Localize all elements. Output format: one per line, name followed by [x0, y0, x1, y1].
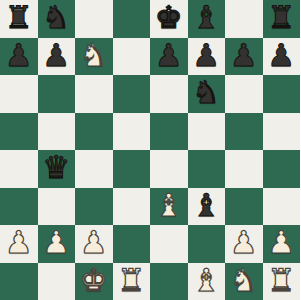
- square-g7[interactable]: ♟: [225, 38, 263, 76]
- square-b4[interactable]: ♛: [38, 150, 76, 188]
- piece-black-pawn: ♟: [267, 37, 295, 75]
- square-b1[interactable]: [38, 263, 76, 300]
- square-a1[interactable]: [0, 263, 38, 300]
- piece-black-bishop: ♝: [192, 187, 220, 225]
- square-e7[interactable]: ♟: [150, 38, 188, 76]
- piece-black-knight: ♞: [192, 74, 220, 112]
- square-f7[interactable]: ♟: [188, 38, 226, 76]
- piece-white-bishop: ♝: [192, 262, 220, 300]
- square-g8[interactable]: [225, 0, 263, 38]
- square-h5[interactable]: [263, 113, 301, 151]
- piece-black-pawn: ♟: [5, 37, 33, 75]
- piece-black-pawn: ♟: [155, 37, 183, 75]
- square-a7[interactable]: ♟: [0, 38, 38, 76]
- square-h4[interactable]: [263, 150, 301, 188]
- piece-black-bishop: ♝: [192, 0, 220, 37]
- square-a5[interactable]: [0, 113, 38, 151]
- piece-black-king: ♚: [155, 0, 183, 37]
- square-d4[interactable]: [113, 150, 151, 188]
- piece-black-knight: ♞: [42, 0, 70, 37]
- square-h7[interactable]: ♟: [263, 38, 301, 76]
- square-c5[interactable]: [75, 113, 113, 151]
- piece-white-pawn: ♟: [230, 224, 258, 262]
- square-f3[interactable]: ♝: [188, 188, 226, 226]
- square-e8[interactable]: ♚: [150, 0, 188, 38]
- square-b8[interactable]: ♞: [38, 0, 76, 38]
- square-d8[interactable]: [113, 0, 151, 38]
- square-d2[interactable]: [113, 225, 151, 263]
- square-e3[interactable]: ♝: [150, 188, 188, 226]
- square-g5[interactable]: [225, 113, 263, 151]
- square-d5[interactable]: [113, 113, 151, 151]
- piece-black-queen: ♛: [42, 149, 70, 187]
- square-g3[interactable]: [225, 188, 263, 226]
- square-e1[interactable]: [150, 263, 188, 300]
- square-f6[interactable]: ♞: [188, 75, 226, 113]
- square-b6[interactable]: [38, 75, 76, 113]
- piece-black-pawn: ♟: [42, 37, 70, 75]
- square-c6[interactable]: [75, 75, 113, 113]
- square-c3[interactable]: [75, 188, 113, 226]
- square-d6[interactable]: [113, 75, 151, 113]
- piece-black-rook: ♜: [5, 0, 33, 37]
- square-c7[interactable]: ♞: [75, 38, 113, 76]
- square-e2[interactable]: [150, 225, 188, 263]
- square-d3[interactable]: [113, 188, 151, 226]
- square-a4[interactable]: [0, 150, 38, 188]
- piece-white-pawn: ♟: [80, 224, 108, 262]
- piece-white-bishop: ♝: [155, 187, 183, 225]
- square-d7[interactable]: [113, 38, 151, 76]
- square-a2[interactable]: ♟: [0, 225, 38, 263]
- piece-white-pawn: ♟: [5, 224, 33, 262]
- square-a6[interactable]: [0, 75, 38, 113]
- chessboard: ♜♞♚♝♜♟♟♞♟♟♟♟♞♛♝♝♟♟♟♟♟♚♜♝♞♜: [0, 0, 300, 300]
- square-g1[interactable]: ♞: [225, 263, 263, 300]
- piece-black-pawn: ♟: [192, 37, 220, 75]
- square-h8[interactable]: ♜: [263, 0, 301, 38]
- piece-white-knight: ♞: [80, 37, 108, 75]
- square-a8[interactable]: ♜: [0, 0, 38, 38]
- square-c2[interactable]: ♟: [75, 225, 113, 263]
- square-f2[interactable]: [188, 225, 226, 263]
- square-g6[interactable]: [225, 75, 263, 113]
- square-g2[interactable]: ♟: [225, 225, 263, 263]
- square-g4[interactable]: [225, 150, 263, 188]
- square-c1[interactable]: ♚: [75, 263, 113, 300]
- square-a3[interactable]: [0, 188, 38, 226]
- square-h1[interactable]: ♜: [263, 263, 301, 300]
- square-b3[interactable]: [38, 188, 76, 226]
- piece-white-pawn: ♟: [267, 224, 295, 262]
- square-f4[interactable]: [188, 150, 226, 188]
- square-d1[interactable]: ♜: [113, 263, 151, 300]
- square-c8[interactable]: [75, 0, 113, 38]
- piece-black-pawn: ♟: [230, 37, 258, 75]
- piece-white-pawn: ♟: [42, 224, 70, 262]
- square-e6[interactable]: [150, 75, 188, 113]
- piece-white-rook: ♜: [117, 262, 145, 300]
- square-f8[interactable]: ♝: [188, 0, 226, 38]
- square-c4[interactable]: [75, 150, 113, 188]
- square-h2[interactable]: ♟: [263, 225, 301, 263]
- square-h6[interactable]: [263, 75, 301, 113]
- square-b5[interactable]: [38, 113, 76, 151]
- square-e5[interactable]: [150, 113, 188, 151]
- square-h3[interactable]: [263, 188, 301, 226]
- square-f5[interactable]: [188, 113, 226, 151]
- square-b2[interactable]: ♟: [38, 225, 76, 263]
- square-f1[interactable]: ♝: [188, 263, 226, 300]
- piece-white-rook: ♜: [267, 262, 295, 300]
- square-b7[interactable]: ♟: [38, 38, 76, 76]
- piece-white-king: ♚: [80, 262, 108, 300]
- piece-black-rook: ♜: [267, 0, 295, 37]
- piece-white-knight: ♞: [230, 262, 258, 300]
- square-e4[interactable]: [150, 150, 188, 188]
